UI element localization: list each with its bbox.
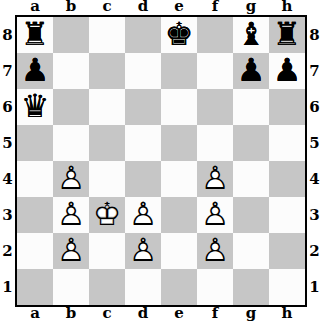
square-d7[interactable] — [125, 53, 161, 89]
rank-label-left-5: 5 — [0, 125, 15, 161]
piece-outline: ♙ — [197, 234, 233, 266]
square-e5[interactable] — [161, 125, 197, 161]
square-d8[interactable] — [125, 17, 161, 53]
rank-label-left-2: 2 — [0, 233, 15, 269]
chess-board: ♜♜♚♚♝♝♜♜♟♟♟♟♟♟♛♛♟♙♟♙♟♙♚♔♟♙♟♙♟♙♟♙♟♙ — [15, 15, 307, 307]
piece-outline: ♙ — [197, 162, 233, 194]
square-h6[interactable] — [269, 89, 305, 125]
square-a2[interactable] — [17, 233, 53, 269]
piece-outline: ♙ — [53, 162, 89, 194]
piece-outline: ♜ — [269, 18, 305, 50]
square-h3[interactable] — [269, 197, 305, 233]
square-g8[interactable]: ♝♝ — [233, 17, 269, 53]
file-label-bottom-h: h — [269, 306, 305, 321]
square-a6[interactable]: ♛♛ — [17, 89, 53, 125]
rank-labels-left: 87654321 — [0, 17, 15, 305]
rank-label-right-2: 2 — [307, 233, 322, 269]
piece-outline: ♜ — [17, 18, 53, 50]
chess-diagram: abcdefgh abcdefgh 87654321 87654321 ♜♜♚♚… — [0, 0, 322, 322]
piece-outline: ♙ — [125, 234, 161, 266]
piece-outline: ♟ — [233, 54, 269, 86]
file-label-top-f: f — [197, 0, 233, 14]
file-label-bottom-b: b — [53, 306, 89, 321]
square-c5[interactable] — [89, 125, 125, 161]
square-g3[interactable] — [233, 197, 269, 233]
square-c3[interactable]: ♚♔ — [89, 197, 125, 233]
rank-label-left-1: 1 — [0, 269, 15, 305]
file-label-top-e: e — [161, 0, 197, 14]
piece-outline: ♙ — [125, 198, 161, 230]
square-b6[interactable] — [53, 89, 89, 125]
square-c4[interactable] — [89, 161, 125, 197]
file-label-bottom-c: c — [89, 306, 125, 321]
square-b2[interactable]: ♟♙ — [53, 233, 89, 269]
piece-black-bishop[interactable]: ♝♝ — [233, 17, 269, 53]
rank-label-left-8: 8 — [0, 17, 15, 53]
piece-white-pawn[interactable]: ♟♙ — [125, 233, 161, 269]
square-b3[interactable]: ♟♙ — [53, 197, 89, 233]
square-c8[interactable] — [89, 17, 125, 53]
square-a7[interactable]: ♟♟ — [17, 53, 53, 89]
rank-label-right-6: 6 — [307, 89, 322, 125]
piece-outline: ♙ — [197, 198, 233, 230]
square-g4[interactable] — [233, 161, 269, 197]
square-a5[interactable] — [17, 125, 53, 161]
square-a4[interactable] — [17, 161, 53, 197]
square-d3[interactable]: ♟♙ — [125, 197, 161, 233]
square-c7[interactable] — [89, 53, 125, 89]
square-a8[interactable]: ♜♜ — [17, 17, 53, 53]
square-d6[interactable] — [125, 89, 161, 125]
square-g5[interactable] — [233, 125, 269, 161]
rank-label-right-7: 7 — [307, 53, 322, 89]
piece-white-pawn[interactable]: ♟♙ — [53, 233, 89, 269]
square-e6[interactable] — [161, 89, 197, 125]
piece-white-pawn[interactable]: ♟♙ — [197, 233, 233, 269]
square-f8[interactable] — [197, 17, 233, 53]
square-b1[interactable] — [53, 269, 89, 305]
square-h2[interactable] — [269, 233, 305, 269]
square-d2[interactable]: ♟♙ — [125, 233, 161, 269]
square-g1[interactable] — [233, 269, 269, 305]
piece-outline: ♙ — [53, 234, 89, 266]
square-f3[interactable]: ♟♙ — [197, 197, 233, 233]
rank-label-left-3: 3 — [0, 197, 15, 233]
piece-outline: ♟ — [17, 54, 53, 86]
square-f1[interactable] — [197, 269, 233, 305]
square-e7[interactable] — [161, 53, 197, 89]
piece-black-pawn[interactable]: ♟♟ — [17, 53, 53, 89]
rank-labels-right: 87654321 — [307, 17, 322, 305]
piece-outline: ♙ — [53, 198, 89, 230]
file-label-bottom-g: g — [233, 306, 269, 321]
square-a1[interactable] — [17, 269, 53, 305]
piece-outline: ♔ — [89, 198, 125, 230]
piece-white-pawn[interactable]: ♟♙ — [197, 197, 233, 233]
square-d5[interactable] — [125, 125, 161, 161]
square-c1[interactable] — [89, 269, 125, 305]
square-h1[interactable] — [269, 269, 305, 305]
file-label-top-d: d — [125, 0, 161, 14]
file-label-bottom-a: a — [17, 306, 53, 321]
square-e3[interactable] — [161, 197, 197, 233]
piece-white-pawn[interactable]: ♟♙ — [125, 197, 161, 233]
rank-label-left-4: 4 — [0, 161, 15, 197]
rank-label-right-8: 8 — [307, 17, 322, 53]
square-f7[interactable] — [197, 53, 233, 89]
square-e2[interactable] — [161, 233, 197, 269]
piece-black-pawn[interactable]: ♟♟ — [269, 53, 305, 89]
file-label-top-b: b — [53, 0, 89, 14]
square-e4[interactable] — [161, 161, 197, 197]
square-h8[interactable]: ♜♜ — [269, 17, 305, 53]
file-label-top-a: a — [17, 0, 53, 14]
rank-label-right-3: 3 — [307, 197, 322, 233]
square-e1[interactable] — [161, 269, 197, 305]
square-e8[interactable]: ♚♚ — [161, 17, 197, 53]
square-f6[interactable] — [197, 89, 233, 125]
piece-outline: ♚ — [161, 18, 197, 50]
file-label-bottom-f: f — [197, 306, 233, 321]
piece-white-pawn[interactable]: ♟♙ — [197, 161, 233, 197]
piece-white-king[interactable]: ♚♔ — [89, 197, 125, 233]
square-h5[interactable] — [269, 125, 305, 161]
piece-black-queen[interactable]: ♛♛ — [17, 89, 53, 125]
square-b4[interactable]: ♟♙ — [53, 161, 89, 197]
square-f4[interactable]: ♟♙ — [197, 161, 233, 197]
rank-label-left-6: 6 — [0, 89, 15, 125]
square-b5[interactable] — [53, 125, 89, 161]
file-label-top-h: h — [269, 0, 305, 14]
square-d4[interactable] — [125, 161, 161, 197]
rank-label-right-1: 1 — [307, 269, 322, 305]
file-label-bottom-e: e — [161, 306, 197, 321]
file-label-bottom-d: d — [125, 306, 161, 321]
file-labels-top: abcdefgh — [17, 0, 305, 14]
piece-white-pawn[interactable]: ♟♙ — [53, 197, 89, 233]
square-b8[interactable] — [53, 17, 89, 53]
square-g2[interactable] — [233, 233, 269, 269]
square-a3[interactable] — [17, 197, 53, 233]
rank-label-left-7: 7 — [0, 53, 15, 89]
square-f5[interactable] — [197, 125, 233, 161]
piece-outline: ♝ — [233, 18, 269, 50]
piece-outline: ♛ — [17, 90, 53, 122]
piece-outline: ♟ — [269, 54, 305, 86]
square-c2[interactable] — [89, 233, 125, 269]
rank-label-right-5: 5 — [307, 125, 322, 161]
piece-white-pawn[interactable]: ♟♙ — [53, 161, 89, 197]
file-label-top-c: c — [89, 0, 125, 14]
piece-black-rook[interactable]: ♜♜ — [269, 17, 305, 53]
square-c6[interactable] — [89, 89, 125, 125]
file-labels-bottom: abcdefgh — [17, 306, 305, 321]
square-d1[interactable] — [125, 269, 161, 305]
square-b7[interactable] — [53, 53, 89, 89]
square-g7[interactable]: ♟♟ — [233, 53, 269, 89]
file-label-top-g: g — [233, 0, 269, 14]
piece-black-pawn[interactable]: ♟♟ — [233, 53, 269, 89]
piece-black-rook[interactable]: ♜♜ — [17, 17, 53, 53]
piece-black-king[interactable]: ♚♚ — [161, 17, 197, 53]
square-g6[interactable] — [233, 89, 269, 125]
square-h7[interactable]: ♟♟ — [269, 53, 305, 89]
square-h4[interactable] — [269, 161, 305, 197]
rank-label-right-4: 4 — [307, 161, 322, 197]
square-f2[interactable]: ♟♙ — [197, 233, 233, 269]
